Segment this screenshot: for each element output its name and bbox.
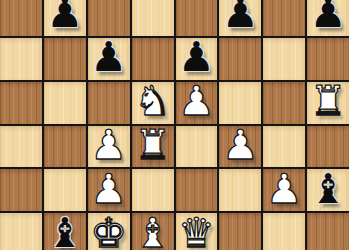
square-c3[interactable]: ♟ (88, 169, 130, 211)
white-bishop-d2[interactable]: ♝ (134, 213, 171, 250)
square-d2[interactable]: ♝ (132, 213, 174, 250)
square-f2[interactable] (219, 213, 261, 250)
square-b3[interactable] (44, 169, 86, 211)
chess-board-viewport: ♟♟♟♟♟♞♟♜♟♜♟♟♟♝♝♚♝♛ (0, 0, 349, 250)
square-e6[interactable]: ♟ (176, 38, 218, 80)
square-f6[interactable] (219, 38, 261, 80)
black-bishop-b2[interactable]: ♝ (46, 213, 83, 250)
square-d7[interactable] (132, 0, 174, 36)
black-bishop-h3[interactable]: ♝ (310, 169, 347, 210)
square-g5[interactable] (263, 82, 305, 124)
black-pawn-f7[interactable]: ♟ (222, 0, 259, 34)
square-d4[interactable]: ♜ (132, 126, 174, 168)
black-pawn-b7[interactable]: ♟ (46, 0, 83, 34)
square-a7[interactable] (0, 0, 42, 36)
square-c6[interactable]: ♟ (88, 38, 130, 80)
white-rook-h5[interactable]: ♜ (310, 81, 347, 122)
square-h2[interactable] (307, 213, 349, 250)
square-a5[interactable] (0, 82, 42, 124)
square-f5[interactable] (219, 82, 261, 124)
white-pawn-e5[interactable]: ♟ (178, 81, 215, 122)
square-a6[interactable] (0, 38, 42, 80)
black-pawn-c6[interactable]: ♟ (90, 37, 127, 78)
square-b4[interactable] (44, 126, 86, 168)
square-g7[interactable] (263, 0, 305, 36)
square-b7[interactable]: ♟ (44, 0, 86, 36)
square-h6[interactable] (307, 38, 349, 80)
square-c2[interactable]: ♚ (88, 213, 130, 250)
square-e3[interactable] (176, 169, 218, 211)
white-queen-e2[interactable]: ♛ (178, 213, 215, 250)
square-f4[interactable]: ♟ (219, 126, 261, 168)
square-d3[interactable] (132, 169, 174, 211)
square-h4[interactable] (307, 126, 349, 168)
square-d5[interactable]: ♞ (132, 82, 174, 124)
square-h5[interactable]: ♜ (307, 82, 349, 124)
white-pawn-f4[interactable]: ♟ (222, 125, 259, 166)
square-b2[interactable]: ♝ (44, 213, 86, 250)
chess-board: ♟♟♟♟♟♞♟♜♟♜♟♟♟♝♝♚♝♛ (0, 0, 349, 250)
square-f7[interactable]: ♟ (219, 0, 261, 36)
white-pawn-c3[interactable]: ♟ (90, 169, 127, 210)
square-f3[interactable] (219, 169, 261, 211)
white-rook-d4[interactable]: ♜ (134, 125, 171, 166)
black-pawn-h7[interactable]: ♟ (310, 0, 347, 34)
square-g6[interactable] (263, 38, 305, 80)
square-e5[interactable]: ♟ (176, 82, 218, 124)
white-pawn-c4[interactable]: ♟ (90, 125, 127, 166)
square-g2[interactable] (263, 213, 305, 250)
square-b6[interactable] (44, 38, 86, 80)
square-a4[interactable] (0, 126, 42, 168)
square-c5[interactable] (88, 82, 130, 124)
square-b5[interactable] (44, 82, 86, 124)
square-a2[interactable] (0, 213, 42, 250)
square-c4[interactable]: ♟ (88, 126, 130, 168)
square-c7[interactable] (88, 0, 130, 36)
square-d6[interactable] (132, 38, 174, 80)
white-king-c2[interactable]: ♚ (90, 213, 127, 250)
square-g3[interactable]: ♟ (263, 169, 305, 211)
square-e7[interactable] (176, 0, 218, 36)
square-h7[interactable]: ♟ (307, 0, 349, 36)
square-h3[interactable]: ♝ (307, 169, 349, 211)
square-e2[interactable]: ♛ (176, 213, 218, 250)
square-g4[interactable] (263, 126, 305, 168)
black-pawn-e6[interactable]: ♟ (178, 37, 215, 78)
square-a3[interactable] (0, 169, 42, 211)
white-pawn-g3[interactable]: ♟ (266, 169, 303, 210)
square-e4[interactable] (176, 126, 218, 168)
white-knight-d5[interactable]: ♞ (134, 81, 171, 122)
